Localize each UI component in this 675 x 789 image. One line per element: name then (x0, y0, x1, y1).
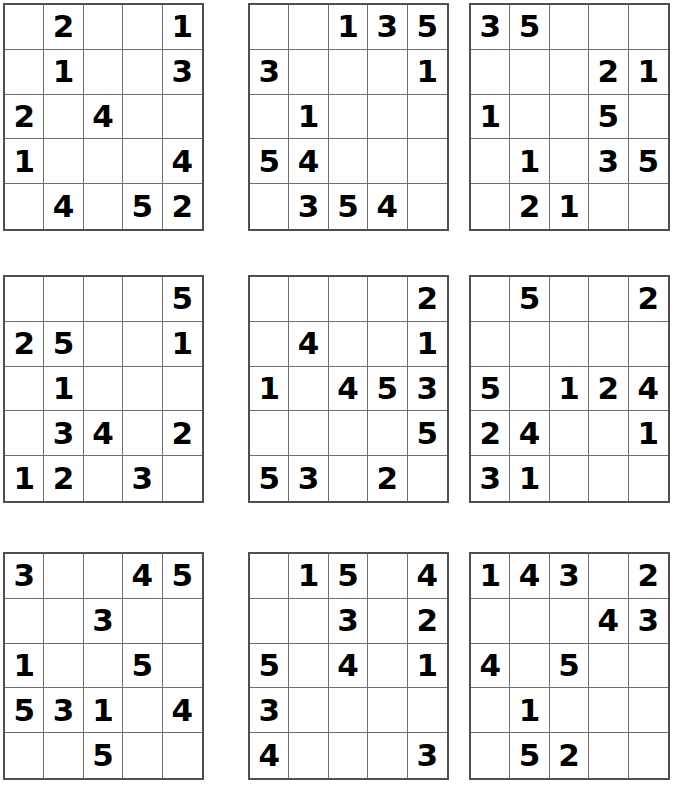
puzzle-board-1: 21132414452 (3, 3, 204, 231)
puzzle-board-9: 14324345152 (469, 552, 670, 780)
cell-r1c1[interactable]: 3 (471, 5, 510, 50)
cell-r5c3[interactable]: 5 (84, 733, 123, 778)
cell-r1c5[interactable]: 1 (163, 5, 202, 50)
cell-r1c4[interactable] (589, 277, 628, 322)
cell-r3c1[interactable]: 1 (471, 95, 510, 140)
cell-r1c1[interactable] (250, 5, 289, 50)
cell-r1c5[interactable]: 2 (629, 277, 668, 322)
cell-r5c5[interactable] (408, 456, 447, 501)
cell-r4c5[interactable]: 4 (163, 688, 202, 733)
cell-r1c2[interactable] (289, 277, 328, 322)
cell-r4c4[interactable] (123, 688, 162, 733)
cell-r5c3[interactable] (84, 184, 123, 229)
cell-r4c4[interactable] (589, 411, 628, 456)
cell-r3c4[interactable]: 2 (589, 367, 628, 412)
cell-r3c2[interactable] (289, 367, 328, 412)
cell-r1c4[interactable] (589, 554, 628, 599)
cell-r1c2[interactable]: 2 (44, 5, 83, 50)
cell-r5c5[interactable]: 2 (163, 184, 202, 229)
cell-r1c5[interactable]: 5 (163, 277, 202, 322)
cell-r1c3[interactable] (84, 277, 123, 322)
cell-r1c1[interactable] (250, 277, 289, 322)
cell-r5c2[interactable]: 3 (289, 456, 328, 501)
cell-r1c3[interactable]: 1 (329, 5, 368, 50)
cell-r3c3[interactable]: 4 (84, 95, 123, 140)
cell-r4c2[interactable]: 1 (510, 688, 549, 733)
cell-r2c4[interactable] (368, 322, 407, 367)
cell-r2c2[interactable] (289, 50, 328, 95)
cell-r3c4[interactable] (368, 95, 407, 140)
cell-r4c3[interactable] (329, 688, 368, 733)
cell-r5c4[interactable]: 5 (123, 184, 162, 229)
cell-r2c1[interactable] (471, 50, 510, 95)
cell-r1c1[interactable]: 1 (471, 554, 510, 599)
cell-r4c1[interactable]: 1 (5, 139, 44, 184)
cell-r3c5[interactable]: 1 (408, 644, 447, 689)
cell-r1c5[interactable]: 2 (408, 277, 447, 322)
cell-r5c5[interactable] (163, 733, 202, 778)
cell-r2c5[interactable]: 2 (408, 599, 447, 644)
cell-r4c2[interactable] (289, 411, 328, 456)
cell-r4c3[interactable]: 1 (84, 688, 123, 733)
cell-r2c4[interactable]: 2 (589, 50, 628, 95)
cell-r5c3[interactable] (329, 733, 368, 778)
cell-r3c4[interactable]: 5 (368, 367, 407, 412)
puzzle-board-7: 34531553145 (3, 552, 204, 780)
cell-r1c1[interactable] (250, 554, 289, 599)
cell-r3c5[interactable] (629, 644, 668, 689)
cell-r1c4[interactable]: 4 (123, 554, 162, 599)
puzzle-board-5: 24114535532 (248, 275, 449, 503)
puzzle-board-2: 13531154354 (248, 3, 449, 231)
cell-r2c2[interactable]: 1 (44, 50, 83, 95)
cell-r5c5[interactable] (408, 184, 447, 229)
cell-r2c4[interactable] (589, 322, 628, 367)
cell-r4c5[interactable] (629, 688, 668, 733)
cell-r4c1[interactable] (471, 139, 510, 184)
cell-r3c4[interactable] (123, 367, 162, 412)
cell-r5c4[interactable] (589, 456, 628, 501)
cell-r4c5[interactable] (408, 139, 447, 184)
cell-r2c4[interactable] (123, 599, 162, 644)
cell-r2c4[interactable] (368, 599, 407, 644)
cell-r1c4[interactable]: 3 (368, 5, 407, 50)
cell-r4c1[interactable]: 2 (471, 411, 510, 456)
cell-r1c4[interactable] (368, 554, 407, 599)
cell-r1c4[interactable] (589, 5, 628, 50)
cell-r3c5[interactable] (163, 367, 202, 412)
cell-r5c3[interactable] (329, 456, 368, 501)
cell-r4c1[interactable]: 5 (5, 688, 44, 733)
cell-r1c5[interactable]: 4 (408, 554, 447, 599)
puzzle-board-3: 35211513521 (469, 3, 670, 231)
cell-r1c5[interactable] (629, 5, 668, 50)
cell-r5c4[interactable] (368, 733, 407, 778)
cell-r5c2[interactable] (289, 733, 328, 778)
cell-r2c1[interactable] (5, 50, 44, 95)
cell-r5c3[interactable]: 2 (550, 733, 589, 778)
cell-r5c1[interactable] (5, 733, 44, 778)
cell-r1c5[interactable]: 5 (408, 5, 447, 50)
cell-r3c2[interactable] (510, 644, 549, 689)
cell-r4c4[interactable] (123, 139, 162, 184)
cell-r3c4[interactable]: 5 (589, 95, 628, 140)
cell-r3c3[interactable] (84, 644, 123, 689)
cell-r2c2[interactable] (510, 50, 549, 95)
cell-r4c2[interactable]: 3 (44, 688, 83, 733)
cell-r2c3[interactable]: 3 (329, 599, 368, 644)
cell-r2c4[interactable] (123, 322, 162, 367)
cell-r5c4[interactable]: 3 (123, 456, 162, 501)
cell-r5c3[interactable]: 1 (550, 184, 589, 229)
cell-r3c3[interactable]: 4 (329, 644, 368, 689)
cell-r1c4[interactable] (123, 5, 162, 50)
cell-r5c3[interactable] (550, 456, 589, 501)
cell-r2c2[interactable] (44, 599, 83, 644)
cell-r1c4[interactable] (368, 277, 407, 322)
cell-r2c1[interactable] (471, 322, 510, 367)
cell-r5c1[interactable] (250, 184, 289, 229)
cell-r5c2[interactable]: 3 (289, 184, 328, 229)
cell-r5c4[interactable] (589, 184, 628, 229)
cell-r2c5[interactable]: 1 (163, 322, 202, 367)
cell-r4c1[interactable] (471, 688, 510, 733)
cell-r3c1[interactable]: 5 (250, 644, 289, 689)
cell-r2c3[interactable]: 3 (84, 599, 123, 644)
cell-r2c5[interactable]: 1 (408, 50, 447, 95)
cell-r5c5[interactable]: 3 (408, 733, 447, 778)
cell-r5c1[interactable]: 4 (250, 733, 289, 778)
cell-r2c2[interactable] (289, 599, 328, 644)
cell-r2c5[interactable]: 3 (629, 599, 668, 644)
cell-r4c4[interactable] (368, 139, 407, 184)
cell-r2c4[interactable] (123, 50, 162, 95)
cell-r5c4[interactable]: 4 (368, 184, 407, 229)
cell-r2c5[interactable]: 1 (629, 50, 668, 95)
cell-r1c2[interactable]: 5 (510, 5, 549, 50)
cell-r3c3[interactable]: 5 (550, 644, 589, 689)
cell-r5c5[interactable] (629, 456, 668, 501)
cell-r2c3[interactable] (550, 322, 589, 367)
cell-r3c1[interactable]: 4 (471, 644, 510, 689)
cell-r4c3[interactable] (329, 411, 368, 456)
cell-r1c5[interactable]: 2 (629, 554, 668, 599)
cell-r4c5[interactable]: 4 (163, 139, 202, 184)
cell-r2c2[interactable] (510, 322, 549, 367)
cell-r4c4[interactable]: 3 (589, 139, 628, 184)
cell-r3c1[interactable]: 1 (250, 367, 289, 412)
cell-r4c3[interactable] (550, 411, 589, 456)
cell-r3c2[interactable] (289, 644, 328, 689)
cell-r4c2[interactable]: 4 (510, 411, 549, 456)
cell-r3c4[interactable] (589, 644, 628, 689)
cell-r2c1[interactable] (250, 599, 289, 644)
cell-r3c5[interactable] (163, 95, 202, 140)
cell-r3c3[interactable]: 4 (329, 367, 368, 412)
cell-r1c3[interactable]: 5 (329, 554, 368, 599)
cell-r3c5[interactable] (629, 95, 668, 140)
cell-r5c3[interactable] (84, 456, 123, 501)
cell-r1c3[interactable] (329, 277, 368, 322)
cell-r2c1[interactable]: 2 (5, 322, 44, 367)
cell-r5c1[interactable] (5, 184, 44, 229)
cell-r1c4[interactable] (123, 277, 162, 322)
cell-r2c1[interactable]: 3 (250, 50, 289, 95)
cell-r2c1[interactable] (5, 599, 44, 644)
puzzle-board-4: 52511342123 (3, 275, 204, 503)
cell-r1c3[interactable] (84, 554, 123, 599)
cell-r5c2[interactable]: 2 (44, 456, 83, 501)
cell-r1c2[interactable] (44, 277, 83, 322)
cell-r3c5[interactable]: 3 (408, 367, 447, 412)
cell-r4c3[interactable] (550, 139, 589, 184)
cell-r5c1[interactable] (471, 184, 510, 229)
cell-r2c2[interactable]: 5 (44, 322, 83, 367)
cell-r3c2[interactable] (510, 367, 549, 412)
cell-r4c3[interactable] (329, 139, 368, 184)
cell-r5c4[interactable] (123, 733, 162, 778)
cell-r4c5[interactable] (408, 688, 447, 733)
cell-r1c1[interactable] (5, 277, 44, 322)
cell-r5c4[interactable]: 2 (368, 456, 407, 501)
cell-r4c3[interactable] (84, 139, 123, 184)
cell-r1c3[interactable]: 3 (550, 554, 589, 599)
cell-r1c1[interactable] (5, 5, 44, 50)
cell-r4c1[interactable] (250, 411, 289, 456)
cell-r1c2[interactable]: 5 (510, 277, 549, 322)
cell-r5c5[interactable] (163, 456, 202, 501)
cell-r5c1[interactable]: 1 (5, 456, 44, 501)
cell-r3c3[interactable] (84, 367, 123, 412)
cell-r2c5[interactable] (163, 599, 202, 644)
cell-r1c3[interactable] (550, 277, 589, 322)
cell-r4c2[interactable]: 4 (289, 139, 328, 184)
cell-r3c4[interactable] (123, 95, 162, 140)
cell-r4c5[interactable]: 2 (163, 411, 202, 456)
cell-r4c2[interactable]: 3 (44, 411, 83, 456)
cell-r4c5[interactable]: 5 (629, 139, 668, 184)
cell-r4c2[interactable]: 1 (510, 139, 549, 184)
puzzle-board-6: 52512424131 (469, 275, 670, 503)
cell-r3c3[interactable] (329, 95, 368, 140)
cell-r2c5[interactable]: 1 (408, 322, 447, 367)
cell-r4c4[interactable] (123, 411, 162, 456)
cell-r5c1[interactable]: 3 (471, 456, 510, 501)
puzzle-board-8: 15432541343 (248, 552, 449, 780)
cell-r1c3[interactable] (550, 5, 589, 50)
cell-r3c1[interactable]: 1 (5, 644, 44, 689)
cell-r3c4[interactable]: 5 (123, 644, 162, 689)
cell-r2c3[interactable] (550, 599, 589, 644)
cell-r4c2[interactable] (44, 139, 83, 184)
cell-r3c5[interactable]: 4 (629, 367, 668, 412)
cell-r1c2[interactable]: 4 (510, 554, 549, 599)
cell-r2c4[interactable] (368, 50, 407, 95)
cell-r2c2[interactable] (510, 599, 549, 644)
cell-r3c3[interactable] (550, 95, 589, 140)
cell-r4c4[interactable] (368, 411, 407, 456)
cell-r3c2[interactable]: 1 (289, 95, 328, 140)
cell-r1c2[interactable] (44, 554, 83, 599)
cell-r2c3[interactable] (329, 322, 368, 367)
cell-r4c2[interactable] (289, 688, 328, 733)
cell-r2c1[interactable] (250, 322, 289, 367)
cell-r5c1[interactable] (471, 733, 510, 778)
cell-r1c2[interactable]: 1 (289, 554, 328, 599)
cell-r3c3[interactable]: 1 (550, 367, 589, 412)
cell-r5c1[interactable]: 5 (250, 456, 289, 501)
cell-r4c5[interactable]: 5 (408, 411, 447, 456)
cell-r3c2[interactable]: 1 (44, 367, 83, 412)
cell-r4c5[interactable]: 1 (629, 411, 668, 456)
cell-r5c2[interactable]: 1 (510, 456, 549, 501)
cell-r1c2[interactable] (289, 5, 328, 50)
cell-r3c5[interactable] (163, 644, 202, 689)
cell-r5c5[interactable] (629, 733, 668, 778)
cell-r3c2[interactable] (44, 95, 83, 140)
cell-r4c3[interactable] (550, 688, 589, 733)
cell-r3c2[interactable] (44, 644, 83, 689)
cell-r3c1[interactable] (250, 95, 289, 140)
cell-r2c5[interactable] (629, 322, 668, 367)
cell-r5c2[interactable]: 2 (510, 184, 549, 229)
cell-r5c2[interactable]: 4 (44, 184, 83, 229)
cell-r2c3[interactable] (329, 50, 368, 95)
cell-r2c2[interactable]: 4 (289, 322, 328, 367)
cell-r3c1[interactable]: 2 (5, 95, 44, 140)
cell-r1c1[interactable]: 3 (5, 554, 44, 599)
puzzle-sheet: 21132414452 13531154354 35211513521 5251… (0, 0, 675, 789)
cell-r4c1[interactable]: 3 (250, 688, 289, 733)
cell-r2c4[interactable]: 4 (589, 599, 628, 644)
cell-r3c4[interactable] (368, 644, 407, 689)
cell-r4c4[interactable] (589, 688, 628, 733)
cell-r4c3[interactable]: 4 (84, 411, 123, 456)
cell-r4c1[interactable] (5, 411, 44, 456)
cell-r3c5[interactable] (408, 95, 447, 140)
cell-r5c4[interactable] (589, 733, 628, 778)
cell-r3c1[interactable]: 5 (471, 367, 510, 412)
cell-r5c3[interactable]: 5 (329, 184, 368, 229)
cell-r3c2[interactable] (510, 95, 549, 140)
cell-r2c3[interactable] (550, 50, 589, 95)
cell-r5c5[interactable] (629, 184, 668, 229)
cell-r2c3[interactable] (84, 50, 123, 95)
cell-r1c1[interactable] (471, 277, 510, 322)
cell-r4c1[interactable]: 5 (250, 139, 289, 184)
cell-r4c4[interactable] (368, 688, 407, 733)
cell-r3c1[interactable] (5, 367, 44, 412)
cell-r2c5[interactable]: 3 (163, 50, 202, 95)
cell-r1c5[interactable]: 5 (163, 554, 202, 599)
cell-r1c3[interactable] (84, 5, 123, 50)
cell-r5c2[interactable] (44, 733, 83, 778)
cell-r5c2[interactable]: 5 (510, 733, 549, 778)
cell-r2c1[interactable] (471, 599, 510, 644)
cell-r2c3[interactable] (84, 322, 123, 367)
